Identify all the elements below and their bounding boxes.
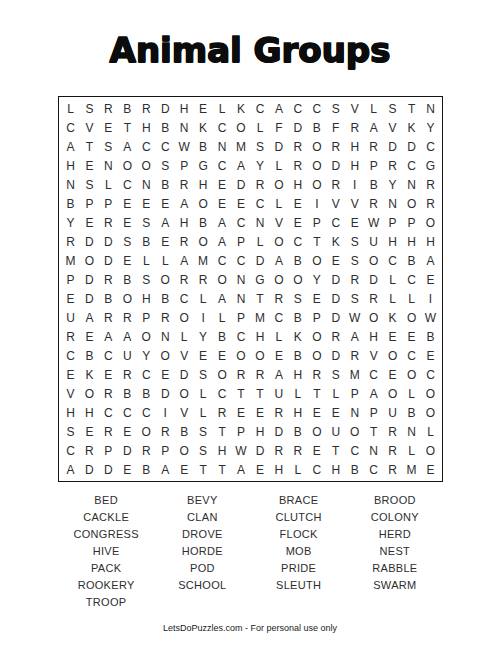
grid-cell-r6c2[interactable]: P bbox=[80, 194, 99, 213]
grid-cell-r4c20[interactable]: G bbox=[421, 156, 440, 175]
grid-cell-r15c12[interactable]: A bbox=[269, 365, 288, 384]
grid-cell-r6c20[interactable]: R bbox=[421, 194, 440, 213]
grid-cell-r4c19[interactable]: C bbox=[402, 156, 421, 175]
grid-cell-r11c13[interactable]: S bbox=[288, 289, 307, 308]
grid-cell-r7c7[interactable]: H bbox=[175, 213, 194, 232]
grid-cell-r19c19[interactable]: L bbox=[402, 441, 421, 460]
grid-cell-r8c6[interactable]: E bbox=[156, 232, 175, 251]
grid-cell-r3c8[interactable]: B bbox=[194, 137, 213, 156]
grid-cell-r4c3[interactable]: N bbox=[99, 156, 118, 175]
letter-grid[interactable]: LSRBRDHELKCACCSVLSTNCVETHBNKCOLFDBFRAVKY… bbox=[58, 96, 443, 482]
grid-cell-r3c20[interactable]: C bbox=[421, 137, 440, 156]
grid-cell-r9c2[interactable]: O bbox=[80, 251, 99, 270]
grid-cell-r15c10[interactable]: R bbox=[232, 365, 251, 384]
grid-cell-r2c4[interactable]: T bbox=[118, 118, 137, 137]
grid-cell-r10c3[interactable]: R bbox=[99, 270, 118, 289]
grid-cell-r14c4[interactable]: U bbox=[118, 346, 137, 365]
grid-cell-r18c10[interactable]: P bbox=[232, 422, 251, 441]
grid-cell-r3c15[interactable]: R bbox=[326, 137, 345, 156]
grid-cell-r14c15[interactable]: D bbox=[326, 346, 345, 365]
grid-cell-r11c6[interactable]: B bbox=[156, 289, 175, 308]
grid-cell-r20c18[interactable]: R bbox=[383, 460, 402, 479]
grid-cell-r4c16[interactable]: H bbox=[345, 156, 364, 175]
grid-cell-r4c12[interactable]: L bbox=[269, 156, 288, 175]
grid-cell-r17c6[interactable]: I bbox=[156, 403, 175, 422]
grid-cell-r20c13[interactable]: L bbox=[288, 460, 307, 479]
grid-cell-r11c20[interactable]: I bbox=[421, 289, 440, 308]
grid-cell-r15c20[interactable]: C bbox=[421, 365, 440, 384]
grid-cell-r17c19[interactable]: B bbox=[402, 403, 421, 422]
grid-cell-r20c7[interactable]: E bbox=[175, 460, 194, 479]
grid-cell-r6c10[interactable]: E bbox=[232, 194, 251, 213]
grid-cell-r20c5[interactable]: B bbox=[137, 460, 156, 479]
grid-cell-r12c20[interactable]: W bbox=[421, 308, 440, 327]
grid-cell-r4c8[interactable]: G bbox=[194, 156, 213, 175]
grid-cell-r16c10[interactable]: T bbox=[232, 384, 251, 403]
grid-cell-r18c6[interactable]: R bbox=[156, 422, 175, 441]
grid-cell-r20c9[interactable]: T bbox=[213, 460, 232, 479]
grid-cell-r19c20[interactable]: O bbox=[421, 441, 440, 460]
grid-cell-r7c5[interactable]: S bbox=[137, 213, 156, 232]
grid-cell-r13c3[interactable]: A bbox=[99, 327, 118, 346]
grid-cell-r13c7[interactable]: L bbox=[175, 327, 194, 346]
grid-cell-r8c3[interactable]: D bbox=[99, 232, 118, 251]
grid-cell-r5c4[interactable]: C bbox=[118, 175, 137, 194]
grid-cell-r17c9[interactable]: R bbox=[213, 403, 232, 422]
grid-cell-r10c14[interactable]: Y bbox=[307, 270, 326, 289]
grid-cell-r17c13[interactable]: H bbox=[288, 403, 307, 422]
grid-cell-r5c16[interactable]: I bbox=[345, 175, 364, 194]
grid-cell-r3c7[interactable]: W bbox=[175, 137, 194, 156]
grid-cell-r6c16[interactable]: V bbox=[345, 194, 364, 213]
grid-cell-r10c12[interactable]: O bbox=[269, 270, 288, 289]
grid-cell-r13c19[interactable]: E bbox=[402, 327, 421, 346]
grid-cell-r5c10[interactable]: D bbox=[232, 175, 251, 194]
grid-cell-r20c6[interactable]: A bbox=[156, 460, 175, 479]
grid-cell-r3c14[interactable]: O bbox=[307, 137, 326, 156]
grid-cell-r18c11[interactable]: H bbox=[251, 422, 270, 441]
grid-cell-r8c17[interactable]: U bbox=[364, 232, 383, 251]
grid-cell-r12c8[interactable]: I bbox=[194, 308, 213, 327]
grid-cell-r15c16[interactable]: M bbox=[345, 365, 364, 384]
grid-cell-r5c12[interactable]: O bbox=[269, 175, 288, 194]
grid-cell-r9c3[interactable]: D bbox=[99, 251, 118, 270]
grid-cell-r7c4[interactable]: E bbox=[118, 213, 137, 232]
grid-cell-r4c4[interactable]: O bbox=[118, 156, 137, 175]
grid-cell-r18c4[interactable]: E bbox=[118, 422, 137, 441]
grid-cell-r15c19[interactable]: O bbox=[402, 365, 421, 384]
grid-cell-r8c10[interactable]: P bbox=[232, 232, 251, 251]
grid-cell-r13c2[interactable]: E bbox=[80, 327, 99, 346]
grid-cell-r12c12[interactable]: C bbox=[269, 308, 288, 327]
grid-cell-r11c17[interactable]: R bbox=[364, 289, 383, 308]
grid-cell-r10c19[interactable]: C bbox=[402, 270, 421, 289]
grid-cell-r11c16[interactable]: S bbox=[345, 289, 364, 308]
grid-cell-r11c7[interactable]: C bbox=[175, 289, 194, 308]
grid-cell-r8c20[interactable]: H bbox=[421, 232, 440, 251]
grid-cell-r1c19[interactable]: T bbox=[402, 99, 421, 118]
grid-cell-r3c17[interactable]: R bbox=[364, 137, 383, 156]
grid-cell-r7c20[interactable]: O bbox=[421, 213, 440, 232]
grid-cell-r6c14[interactable]: I bbox=[307, 194, 326, 213]
grid-cell-r13c4[interactable]: A bbox=[118, 327, 137, 346]
grid-cell-r4c2[interactable]: E bbox=[80, 156, 99, 175]
grid-cell-r9c1[interactable]: M bbox=[61, 251, 80, 270]
grid-cell-r9c10[interactable]: C bbox=[232, 251, 251, 270]
grid-cell-r15c14[interactable]: R bbox=[307, 365, 326, 384]
grid-cell-r1c5[interactable]: R bbox=[137, 99, 156, 118]
grid-cell-r15c1[interactable]: E bbox=[61, 365, 80, 384]
grid-cell-r10c11[interactable]: G bbox=[251, 270, 270, 289]
grid-cell-r13c15[interactable]: R bbox=[326, 327, 345, 346]
grid-cell-r8c5[interactable]: B bbox=[137, 232, 156, 251]
grid-cell-r6c4[interactable]: E bbox=[118, 194, 137, 213]
grid-cell-r20c12[interactable]: H bbox=[269, 460, 288, 479]
grid-cell-r20c16[interactable]: B bbox=[345, 460, 364, 479]
grid-cell-r16c6[interactable]: D bbox=[156, 384, 175, 403]
grid-cell-r12c13[interactable]: B bbox=[288, 308, 307, 327]
grid-cell-r18c20[interactable]: L bbox=[421, 422, 440, 441]
grid-cell-r15c3[interactable]: E bbox=[99, 365, 118, 384]
grid-cell-r11c12[interactable]: R bbox=[269, 289, 288, 308]
grid-cell-r10c10[interactable]: N bbox=[232, 270, 251, 289]
grid-cell-r5c13[interactable]: H bbox=[288, 175, 307, 194]
grid-cell-r1c10[interactable]: K bbox=[232, 99, 251, 118]
grid-cell-r15c9[interactable]: O bbox=[213, 365, 232, 384]
grid-cell-r1c12[interactable]: A bbox=[269, 99, 288, 118]
grid-cell-r1c16[interactable]: V bbox=[345, 99, 364, 118]
grid-cell-r19c11[interactable]: D bbox=[251, 441, 270, 460]
grid-cell-r15c2[interactable]: K bbox=[80, 365, 99, 384]
grid-cell-r6c3[interactable]: P bbox=[99, 194, 118, 213]
grid-cell-r11c11[interactable]: T bbox=[251, 289, 270, 308]
grid-cell-r10c16[interactable]: R bbox=[345, 270, 364, 289]
grid-cell-r1c13[interactable]: C bbox=[288, 99, 307, 118]
grid-cell-r2c14[interactable]: B bbox=[307, 118, 326, 137]
grid-cell-r9c7[interactable]: A bbox=[175, 251, 194, 270]
grid-cell-r19c5[interactable]: R bbox=[137, 441, 156, 460]
grid-cell-r18c17[interactable]: T bbox=[364, 422, 383, 441]
grid-cell-r17c4[interactable]: C bbox=[118, 403, 137, 422]
grid-cell-r16c12[interactable]: U bbox=[269, 384, 288, 403]
grid-cell-r7c2[interactable]: E bbox=[80, 213, 99, 232]
grid-cell-r9c13[interactable]: B bbox=[288, 251, 307, 270]
grid-cell-r18c9[interactable]: T bbox=[213, 422, 232, 441]
grid-cell-r10c4[interactable]: B bbox=[118, 270, 137, 289]
grid-cell-r13c1[interactable]: R bbox=[61, 327, 80, 346]
grid-cell-r9c9[interactable]: C bbox=[213, 251, 232, 270]
grid-cell-r5c9[interactable]: E bbox=[213, 175, 232, 194]
grid-cell-r14c17[interactable]: V bbox=[364, 346, 383, 365]
grid-cell-r8c14[interactable]: T bbox=[307, 232, 326, 251]
grid-cell-r1c2[interactable]: S bbox=[80, 99, 99, 118]
grid-cell-r2c18[interactable]: V bbox=[383, 118, 402, 137]
grid-cell-r2c2[interactable]: V bbox=[80, 118, 99, 137]
grid-cell-r14c12[interactable]: E bbox=[269, 346, 288, 365]
grid-cell-r6c18[interactable]: N bbox=[383, 194, 402, 213]
grid-cell-r2c9[interactable]: C bbox=[213, 118, 232, 137]
grid-cell-r17c3[interactable]: C bbox=[99, 403, 118, 422]
grid-cell-r6c17[interactable]: R bbox=[364, 194, 383, 213]
grid-cell-r8c19[interactable]: H bbox=[402, 232, 421, 251]
grid-cell-r12c16[interactable]: W bbox=[345, 308, 364, 327]
grid-cell-r16c9[interactable]: C bbox=[213, 384, 232, 403]
grid-cell-r16c16[interactable]: P bbox=[345, 384, 364, 403]
grid-cell-r5c7[interactable]: R bbox=[175, 175, 194, 194]
grid-cell-r8c18[interactable]: H bbox=[383, 232, 402, 251]
grid-cell-r18c7[interactable]: B bbox=[175, 422, 194, 441]
grid-cell-r19c8[interactable]: S bbox=[194, 441, 213, 460]
grid-cell-r19c10[interactable]: W bbox=[232, 441, 251, 460]
grid-cell-r13c16[interactable]: A bbox=[345, 327, 364, 346]
grid-cell-r16c14[interactable]: T bbox=[307, 384, 326, 403]
grid-cell-r4c9[interactable]: C bbox=[213, 156, 232, 175]
grid-cell-r7c15[interactable]: C bbox=[326, 213, 345, 232]
grid-cell-r8c9[interactable]: A bbox=[213, 232, 232, 251]
grid-cell-r15c17[interactable]: C bbox=[364, 365, 383, 384]
grid-cell-r14c1[interactable]: C bbox=[61, 346, 80, 365]
grid-cell-r15c15[interactable]: S bbox=[326, 365, 345, 384]
grid-cell-r2c19[interactable]: K bbox=[402, 118, 421, 137]
grid-cell-r14c16[interactable]: R bbox=[345, 346, 364, 365]
grid-cell-r3c1[interactable]: A bbox=[61, 137, 80, 156]
grid-cell-r4c14[interactable]: O bbox=[307, 156, 326, 175]
grid-cell-r3c9[interactable]: N bbox=[213, 137, 232, 156]
grid-cell-r14c6[interactable]: O bbox=[156, 346, 175, 365]
grid-cell-r15c18[interactable]: E bbox=[383, 365, 402, 384]
grid-cell-r15c8[interactable]: S bbox=[194, 365, 213, 384]
grid-cell-r20c4[interactable]: E bbox=[118, 460, 137, 479]
grid-cell-r1c3[interactable]: R bbox=[99, 99, 118, 118]
grid-cell-r5c14[interactable]: O bbox=[307, 175, 326, 194]
grid-cell-r2c20[interactable]: Y bbox=[421, 118, 440, 137]
grid-cell-r20c14[interactable]: C bbox=[307, 460, 326, 479]
grid-cell-r18c12[interactable]: D bbox=[269, 422, 288, 441]
grid-cell-r2c1[interactable]: C bbox=[61, 118, 80, 137]
grid-cell-r7c14[interactable]: P bbox=[307, 213, 326, 232]
grid-cell-r17c12[interactable]: R bbox=[269, 403, 288, 422]
grid-cell-r10c20[interactable]: E bbox=[421, 270, 440, 289]
grid-cell-r20c11[interactable]: E bbox=[251, 460, 270, 479]
grid-cell-r13c11[interactable]: H bbox=[251, 327, 270, 346]
grid-cell-r4c5[interactable]: O bbox=[137, 156, 156, 175]
grid-cell-r20c19[interactable]: M bbox=[402, 460, 421, 479]
grid-cell-r2c7[interactable]: N bbox=[175, 118, 194, 137]
grid-cell-r9c6[interactable]: L bbox=[156, 251, 175, 270]
grid-cell-r6c9[interactable]: E bbox=[213, 194, 232, 213]
grid-cell-r17c8[interactable]: L bbox=[194, 403, 213, 422]
grid-cell-r4c1[interactable]: H bbox=[61, 156, 80, 175]
grid-cell-r14c2[interactable]: B bbox=[80, 346, 99, 365]
grid-cell-r12c18[interactable]: K bbox=[383, 308, 402, 327]
grid-cell-r7c6[interactable]: A bbox=[156, 213, 175, 232]
grid-cell-r3c12[interactable]: D bbox=[269, 137, 288, 156]
grid-cell-r6c8[interactable]: O bbox=[194, 194, 213, 213]
grid-cell-r7c16[interactable]: E bbox=[345, 213, 364, 232]
grid-cell-r18c13[interactable]: B bbox=[288, 422, 307, 441]
grid-cell-r14c8[interactable]: E bbox=[194, 346, 213, 365]
grid-cell-r13c20[interactable]: B bbox=[421, 327, 440, 346]
grid-cell-r15c6[interactable]: E bbox=[156, 365, 175, 384]
grid-cell-r5c19[interactable]: N bbox=[402, 175, 421, 194]
grid-cell-r14c14[interactable]: O bbox=[307, 346, 326, 365]
grid-cell-r16c11[interactable]: T bbox=[251, 384, 270, 403]
grid-cell-r19c3[interactable]: P bbox=[99, 441, 118, 460]
grid-cell-r19c1[interactable]: C bbox=[61, 441, 80, 460]
grid-cell-r14c19[interactable]: C bbox=[402, 346, 421, 365]
grid-cell-r11c8[interactable]: L bbox=[194, 289, 213, 308]
grid-cell-r19c9[interactable]: H bbox=[213, 441, 232, 460]
grid-cell-r10c13[interactable]: O bbox=[288, 270, 307, 289]
grid-cell-r17c18[interactable]: U bbox=[383, 403, 402, 422]
grid-cell-r11c1[interactable]: E bbox=[61, 289, 80, 308]
grid-cell-r6c6[interactable]: E bbox=[156, 194, 175, 213]
grid-cell-r12c7[interactable]: O bbox=[175, 308, 194, 327]
grid-cell-r7c1[interactable]: Y bbox=[61, 213, 80, 232]
grid-cell-r10c5[interactable]: S bbox=[137, 270, 156, 289]
grid-cell-r11c9[interactable]: A bbox=[213, 289, 232, 308]
grid-cell-r3c6[interactable]: C bbox=[156, 137, 175, 156]
grid-cell-r12c2[interactable]: A bbox=[80, 308, 99, 327]
grid-cell-r16c17[interactable]: A bbox=[364, 384, 383, 403]
grid-cell-r17c11[interactable]: E bbox=[251, 403, 270, 422]
grid-cell-r11c10[interactable]: N bbox=[232, 289, 251, 308]
grid-cell-r2c16[interactable]: R bbox=[345, 118, 364, 137]
grid-cell-r7c17[interactable]: W bbox=[364, 213, 383, 232]
grid-cell-r16c19[interactable]: L bbox=[402, 384, 421, 403]
grid-cell-r8c13[interactable]: C bbox=[288, 232, 307, 251]
grid-cell-r1c6[interactable]: D bbox=[156, 99, 175, 118]
grid-cell-r18c5[interactable]: O bbox=[137, 422, 156, 441]
grid-cell-r14c13[interactable]: B bbox=[288, 346, 307, 365]
grid-cell-r6c11[interactable]: C bbox=[251, 194, 270, 213]
grid-cell-r1c20[interactable]: N bbox=[421, 99, 440, 118]
grid-cell-r4c18[interactable]: R bbox=[383, 156, 402, 175]
grid-cell-r7c8[interactable]: B bbox=[194, 213, 213, 232]
grid-cell-r12c9[interactable]: L bbox=[213, 308, 232, 327]
grid-cell-r17c5[interactable]: C bbox=[137, 403, 156, 422]
grid-cell-r3c16[interactable]: H bbox=[345, 137, 364, 156]
grid-cell-r8c1[interactable]: R bbox=[61, 232, 80, 251]
grid-cell-r2c11[interactable]: L bbox=[251, 118, 270, 137]
grid-cell-r14c3[interactable]: C bbox=[99, 346, 118, 365]
grid-cell-r13c13[interactable]: K bbox=[288, 327, 307, 346]
grid-cell-r1c1[interactable]: L bbox=[61, 99, 80, 118]
grid-cell-r13c6[interactable]: N bbox=[156, 327, 175, 346]
grid-cell-r10c1[interactable]: P bbox=[61, 270, 80, 289]
grid-cell-r1c9[interactable]: L bbox=[213, 99, 232, 118]
grid-cell-r12c5[interactable]: P bbox=[137, 308, 156, 327]
grid-cell-r5c18[interactable]: Y bbox=[383, 175, 402, 194]
grid-cell-r4c7[interactable]: P bbox=[175, 156, 194, 175]
grid-cell-r11c15[interactable]: D bbox=[326, 289, 345, 308]
grid-cell-r11c4[interactable]: O bbox=[118, 289, 137, 308]
grid-cell-r19c17[interactable]: N bbox=[364, 441, 383, 460]
grid-cell-r4c6[interactable]: S bbox=[156, 156, 175, 175]
grid-cell-r11c5[interactable]: H bbox=[137, 289, 156, 308]
grid-cell-r18c19[interactable]: N bbox=[402, 422, 421, 441]
grid-cell-r1c17[interactable]: L bbox=[364, 99, 383, 118]
grid-cell-r5c5[interactable]: N bbox=[137, 175, 156, 194]
grid-cell-r15c5[interactable]: C bbox=[137, 365, 156, 384]
grid-cell-r4c13[interactable]: R bbox=[288, 156, 307, 175]
grid-cell-r1c7[interactable]: H bbox=[175, 99, 194, 118]
grid-cell-r1c15[interactable]: S bbox=[326, 99, 345, 118]
grid-cell-r17c17[interactable]: P bbox=[364, 403, 383, 422]
grid-cell-r10c2[interactable]: D bbox=[80, 270, 99, 289]
grid-cell-r10c18[interactable]: L bbox=[383, 270, 402, 289]
grid-cell-r2c3[interactable]: E bbox=[99, 118, 118, 137]
grid-cell-r9c17[interactable]: O bbox=[364, 251, 383, 270]
grid-cell-r3c3[interactable]: S bbox=[99, 137, 118, 156]
grid-cell-r16c18[interactable]: O bbox=[383, 384, 402, 403]
grid-cell-r19c18[interactable]: R bbox=[383, 441, 402, 460]
grid-cell-r13c5[interactable]: O bbox=[137, 327, 156, 346]
grid-cell-r3c2[interactable]: T bbox=[80, 137, 99, 156]
grid-cell-r3c18[interactable]: D bbox=[383, 137, 402, 156]
grid-cell-r14c18[interactable]: O bbox=[383, 346, 402, 365]
grid-cell-r10c9[interactable]: O bbox=[213, 270, 232, 289]
grid-cell-r6c1[interactable]: B bbox=[61, 194, 80, 213]
grid-cell-r7c18[interactable]: P bbox=[383, 213, 402, 232]
grid-cell-r14c20[interactable]: E bbox=[421, 346, 440, 365]
grid-cell-r7c11[interactable]: N bbox=[251, 213, 270, 232]
grid-cell-r6c12[interactable]: L bbox=[269, 194, 288, 213]
grid-cell-r1c14[interactable]: C bbox=[307, 99, 326, 118]
grid-cell-r17c1[interactable]: H bbox=[61, 403, 80, 422]
grid-cell-r18c16[interactable]: O bbox=[345, 422, 364, 441]
grid-cell-r12c3[interactable]: R bbox=[99, 308, 118, 327]
grid-cell-r12c1[interactable]: U bbox=[61, 308, 80, 327]
grid-cell-r15c11[interactable]: R bbox=[251, 365, 270, 384]
grid-cell-r19c15[interactable]: T bbox=[326, 441, 345, 460]
grid-cell-r18c14[interactable]: O bbox=[307, 422, 326, 441]
grid-cell-r19c6[interactable]: P bbox=[156, 441, 175, 460]
grid-cell-r8c8[interactable]: O bbox=[194, 232, 213, 251]
grid-cell-r6c13[interactable]: E bbox=[288, 194, 307, 213]
grid-cell-r19c14[interactable]: E bbox=[307, 441, 326, 460]
grid-cell-r2c12[interactable]: F bbox=[269, 118, 288, 137]
grid-cell-r11c19[interactable]: L bbox=[402, 289, 421, 308]
grid-cell-r19c4[interactable]: D bbox=[118, 441, 137, 460]
grid-cell-r5c11[interactable]: R bbox=[251, 175, 270, 194]
grid-cell-r10c6[interactable]: O bbox=[156, 270, 175, 289]
grid-cell-r9c14[interactable]: O bbox=[307, 251, 326, 270]
grid-cell-r9c20[interactable]: A bbox=[421, 251, 440, 270]
grid-cell-r15c7[interactable]: D bbox=[175, 365, 194, 384]
grid-cell-r5c8[interactable]: H bbox=[194, 175, 213, 194]
grid-cell-r9c12[interactable]: A bbox=[269, 251, 288, 270]
grid-cell-r7c9[interactable]: A bbox=[213, 213, 232, 232]
grid-cell-r20c2[interactable]: D bbox=[80, 460, 99, 479]
grid-cell-r3c4[interactable]: A bbox=[118, 137, 137, 156]
grid-cell-r4c10[interactable]: A bbox=[232, 156, 251, 175]
grid-cell-r8c2[interactable]: D bbox=[80, 232, 99, 251]
grid-cell-r14c10[interactable]: O bbox=[232, 346, 251, 365]
grid-cell-r13c18[interactable]: E bbox=[383, 327, 402, 346]
grid-cell-r13c9[interactable]: B bbox=[213, 327, 232, 346]
grid-cell-r5c3[interactable]: L bbox=[99, 175, 118, 194]
grid-cell-r10c17[interactable]: D bbox=[364, 270, 383, 289]
grid-cell-r7c19[interactable]: P bbox=[402, 213, 421, 232]
grid-cell-r16c20[interactable]: O bbox=[421, 384, 440, 403]
grid-cell-r9c18[interactable]: C bbox=[383, 251, 402, 270]
grid-cell-r17c15[interactable]: E bbox=[326, 403, 345, 422]
grid-cell-r16c5[interactable]: B bbox=[137, 384, 156, 403]
grid-cell-r3c5[interactable]: C bbox=[137, 137, 156, 156]
grid-cell-r13c12[interactable]: L bbox=[269, 327, 288, 346]
grid-cell-r16c15[interactable]: L bbox=[326, 384, 345, 403]
